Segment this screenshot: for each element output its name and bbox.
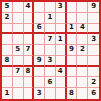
cell-r5c4[interactable]: [34, 45, 45, 56]
cell-r5c5[interactable]: [45, 45, 56, 56]
cell-r2c1[interactable]: 2: [2, 13, 13, 24]
cell-r5c7[interactable]: 9: [67, 45, 78, 56]
cell-r6c4[interactable]: 9: [34, 56, 45, 67]
cell-r8c7[interactable]: [67, 77, 78, 88]
cell-r2c7[interactable]: [67, 13, 78, 24]
cell-r8c1[interactable]: [2, 77, 13, 88]
cell-r1c2[interactable]: [13, 2, 24, 13]
cell-r7c9[interactable]: [88, 67, 99, 78]
cell-r4c1[interactable]: [2, 34, 13, 45]
cell-r1c3[interactable]: 4: [24, 2, 35, 13]
cell-r4c8[interactable]: [77, 34, 88, 45]
cell-r1c4[interactable]: [34, 2, 45, 13]
cell-r2c2[interactable]: [13, 13, 24, 24]
cell-r7c2[interactable]: 7: [13, 67, 24, 78]
cell-r6c2[interactable]: [13, 56, 24, 67]
cell-r5c1[interactable]: [2, 45, 13, 56]
cell-r3c1[interactable]: [2, 24, 13, 35]
cell-r1c9[interactable]: 9: [88, 2, 99, 13]
cell-r6c6[interactable]: [56, 56, 67, 67]
cell-r4c4[interactable]: [34, 34, 45, 45]
cell-r1c8[interactable]: [77, 2, 88, 13]
cell-r5c2[interactable]: 5: [13, 45, 24, 56]
cell-r2c3[interactable]: [24, 13, 35, 24]
cell-r1c7[interactable]: [67, 2, 78, 13]
cell-r9c3[interactable]: [24, 88, 35, 99]
cell-r9c6[interactable]: [56, 88, 67, 99]
cell-r1c1[interactable]: 5: [2, 2, 13, 13]
cell-r7c3[interactable]: 8: [24, 67, 35, 78]
cell-r8c8[interactable]: [77, 77, 88, 88]
cell-r4c2[interactable]: [13, 34, 24, 45]
cell-r5c3[interactable]: 7: [24, 45, 35, 56]
cell-r6c3[interactable]: [24, 56, 35, 67]
cell-r3c7[interactable]: 1: [67, 24, 78, 35]
cell-r3c5[interactable]: [45, 24, 56, 35]
cell-r7c7[interactable]: [67, 67, 78, 78]
cell-r8c9[interactable]: 2: [88, 77, 99, 88]
cell-r7c1[interactable]: [2, 67, 13, 78]
cell-r4c6[interactable]: 1: [56, 34, 67, 45]
cell-r9c1[interactable]: 1: [2, 88, 13, 99]
cell-r7c5[interactable]: [45, 67, 56, 78]
cell-r9c5[interactable]: [45, 88, 56, 99]
cell-r6c1[interactable]: 8: [2, 56, 13, 67]
cell-r2c6[interactable]: [56, 13, 67, 24]
cell-r9c9[interactable]: 6: [88, 88, 99, 99]
cell-r8c3[interactable]: [24, 77, 35, 88]
cell-r3c4[interactable]: 6: [34, 24, 45, 35]
cell-r1c5[interactable]: [45, 2, 56, 13]
cell-r6c8[interactable]: [77, 56, 88, 67]
cell-r3c9[interactable]: [88, 24, 99, 35]
cell-r1c6[interactable]: 3: [56, 2, 67, 13]
cell-r5c6[interactable]: [56, 45, 67, 56]
sudoku-board: 5439216147135792893784621386: [0, 0, 101, 101]
cell-r9c4[interactable]: 3: [34, 88, 45, 99]
cell-r3c6[interactable]: [56, 24, 67, 35]
cell-r7c4[interactable]: [34, 67, 45, 78]
cell-r2c9[interactable]: [88, 13, 99, 24]
cell-r4c9[interactable]: 3: [88, 34, 99, 45]
cell-r7c6[interactable]: 4: [56, 67, 67, 78]
cell-r8c5[interactable]: 6: [45, 77, 56, 88]
cell-r9c7[interactable]: 8: [67, 88, 78, 99]
cell-r4c5[interactable]: 7: [45, 34, 56, 45]
cell-r8c2[interactable]: [13, 77, 24, 88]
cell-r5c8[interactable]: 2: [77, 45, 88, 56]
cell-r9c2[interactable]: [13, 88, 24, 99]
cell-r2c5[interactable]: 1: [45, 13, 56, 24]
cell-r2c8[interactable]: [77, 13, 88, 24]
cell-r7c8[interactable]: [77, 67, 88, 78]
cell-r8c4[interactable]: [34, 77, 45, 88]
cell-r3c8[interactable]: 4: [77, 24, 88, 35]
cell-r8c6[interactable]: [56, 77, 67, 88]
cell-r3c2[interactable]: [13, 24, 24, 35]
cell-r6c5[interactable]: 3: [45, 56, 56, 67]
cell-r5c9[interactable]: [88, 45, 99, 56]
cell-r2c4[interactable]: [34, 13, 45, 24]
cell-r9c8[interactable]: [77, 88, 88, 99]
cell-r3c3[interactable]: [24, 24, 35, 35]
cell-r6c9[interactable]: [88, 56, 99, 67]
cell-r6c7[interactable]: [67, 56, 78, 67]
cell-r4c7[interactable]: [67, 34, 78, 45]
cell-r4c3[interactable]: [24, 34, 35, 45]
